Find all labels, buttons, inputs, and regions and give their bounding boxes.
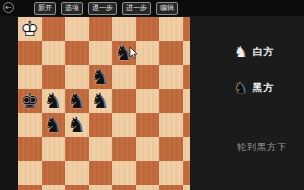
piece-black-knight[interactable]: ♞ [42, 89, 66, 113]
white-side-label: 白方 [252, 45, 274, 59]
square-a4[interactable] [18, 113, 42, 137]
square-e6[interactable] [112, 65, 136, 89]
square-b1[interactable] [42, 185, 66, 190]
piece-black-knight[interactable]: ♞ [89, 89, 113, 113]
square-a5[interactable]: ♚ [18, 89, 42, 113]
square-e2[interactable] [112, 161, 136, 185]
square-f2[interactable] [136, 161, 160, 185]
back-arrow-icon: ← [5, 3, 12, 12]
toolbar-buttons: 新开 选项 退一步 进一步 编辑 [34, 2, 178, 15]
square-a6[interactable] [18, 65, 42, 89]
square-b7[interactable] [42, 41, 66, 65]
square-g7[interactable] [159, 41, 183, 65]
square-a8[interactable]: ♚♔ [18, 17, 42, 41]
square-d8[interactable] [89, 17, 113, 41]
piece-black-knight[interactable]: ♞ [65, 113, 89, 137]
toolbar: ← 新开 选项 退一步 进一步 编辑 [0, 0, 304, 16]
square-a1[interactable] [18, 185, 42, 190]
square-b3[interactable] [42, 137, 66, 161]
square-h6[interactable] [183, 65, 191, 89]
square-c4[interactable]: ♞ [65, 113, 89, 137]
chess-board[interactable]: ♚♔♞♞♚♞♞♞♞♞ [18, 17, 190, 190]
square-f5[interactable] [136, 89, 160, 113]
square-e4[interactable] [112, 113, 136, 137]
white-side-row: ♞ 白方 [234, 44, 274, 60]
square-b5[interactable]: ♞ [42, 89, 66, 113]
square-f7[interactable] [136, 41, 160, 65]
square-h7[interactable] [183, 41, 191, 65]
square-c3[interactable] [65, 137, 89, 161]
square-b6[interactable] [42, 65, 66, 89]
square-f4[interactable] [136, 113, 160, 137]
edit-button[interactable]: 编辑 [156, 2, 178, 15]
back-button[interactable]: ← [3, 2, 14, 13]
turn-status-text: 轮到黑方下 [237, 141, 287, 154]
chess-board-viewport: ♚♔♞♞♚♞♞♞♞♞ [18, 17, 190, 190]
white-knight-icon: ♞ [234, 44, 247, 60]
piece-black-knight[interactable]: ♞ [42, 113, 66, 137]
square-c1[interactable] [65, 185, 89, 190]
side-panel: ♞ 白方 ♞ 黑方 轮到黑方下 [190, 0, 304, 190]
options-button[interactable]: 选项 [61, 2, 83, 15]
black-knight-icon: ♞ [234, 80, 247, 96]
square-a7[interactable] [18, 41, 42, 65]
square-h3[interactable] [183, 137, 191, 161]
white-king-glyph-outline: ♔ [18, 17, 42, 41]
step-forward-button[interactable]: 进一步 [122, 2, 151, 15]
step-back-button[interactable]: 退一步 [88, 2, 117, 15]
square-h8[interactable] [183, 17, 191, 41]
mouse-cursor [129, 45, 138, 64]
square-d4[interactable] [89, 113, 113, 137]
piece-white-king[interactable]: ♚♔ [18, 17, 42, 41]
square-d7[interactable] [89, 41, 113, 65]
square-g1[interactable] [159, 185, 183, 190]
square-a2[interactable] [18, 161, 42, 185]
square-f6[interactable] [136, 65, 160, 89]
square-d3[interactable] [89, 137, 113, 161]
square-c6[interactable] [65, 65, 89, 89]
square-h4[interactable] [183, 113, 191, 137]
square-f8[interactable] [136, 17, 160, 41]
black-side-row: ♞ 黑方 [234, 80, 274, 96]
piece-black-knight[interactable]: ♞ [89, 65, 113, 89]
square-b8[interactable] [42, 17, 66, 41]
square-g5[interactable] [159, 89, 183, 113]
square-c7[interactable] [65, 41, 89, 65]
square-e3[interactable] [112, 137, 136, 161]
square-g4[interactable] [159, 113, 183, 137]
square-e5[interactable] [112, 89, 136, 113]
square-h5[interactable] [183, 89, 191, 113]
piece-black-knight[interactable]: ♞ [65, 89, 89, 113]
square-a3[interactable] [18, 137, 42, 161]
square-f1[interactable] [136, 185, 160, 190]
piece-black-king[interactable]: ♚ [18, 89, 42, 113]
square-f3[interactable] [136, 137, 160, 161]
square-d6[interactable]: ♞ [89, 65, 113, 89]
square-g8[interactable] [159, 17, 183, 41]
square-b2[interactable] [42, 161, 66, 185]
square-h1[interactable] [183, 185, 191, 190]
square-g2[interactable] [159, 161, 183, 185]
square-d2[interactable] [89, 161, 113, 185]
square-d1[interactable] [89, 185, 113, 190]
square-g6[interactable] [159, 65, 183, 89]
square-e8[interactable] [112, 17, 136, 41]
square-d5[interactable]: ♞ [89, 89, 113, 113]
square-b4[interactable]: ♞ [42, 113, 66, 137]
square-h2[interactable] [183, 161, 191, 185]
square-c2[interactable] [65, 161, 89, 185]
new-game-button[interactable]: 新开 [34, 2, 56, 15]
square-c8[interactable] [65, 17, 89, 41]
black-side-label: 黑方 [252, 81, 274, 95]
square-e1[interactable] [112, 185, 136, 190]
square-c5[interactable]: ♞ [65, 89, 89, 113]
square-g3[interactable] [159, 137, 183, 161]
